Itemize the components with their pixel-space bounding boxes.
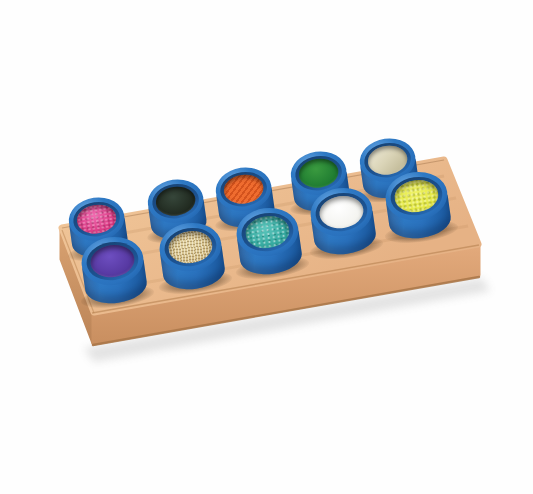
cylinder-yellow[interactable] [382,168,453,246]
cylinder-purple[interactable] [78,233,149,311]
cylinder-burlap[interactable] [156,219,227,297]
cylinder-teal[interactable] [233,204,304,282]
cylinders-layer [0,0,533,494]
scene [0,0,533,494]
cylinder-white[interactable] [307,184,378,262]
